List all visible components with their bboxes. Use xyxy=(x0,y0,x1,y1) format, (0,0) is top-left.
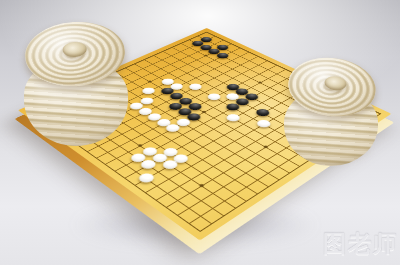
star-point xyxy=(198,183,205,187)
white-stone[interactable] xyxy=(224,113,243,123)
white-stone[interactable] xyxy=(254,118,273,128)
white-stone[interactable] xyxy=(187,82,204,91)
bowl-left-knob xyxy=(62,41,87,58)
watermark: 图老师 xyxy=(323,228,398,259)
stone-bowl-right xyxy=(284,58,380,168)
star-point xyxy=(137,144,143,148)
star-point xyxy=(203,54,208,56)
photo-scene: 图老师 xyxy=(0,0,400,265)
star-point xyxy=(201,110,207,113)
white-stone[interactable] xyxy=(140,87,158,96)
star-point xyxy=(257,81,262,84)
star-point xyxy=(263,145,269,149)
star-point xyxy=(147,80,152,83)
stone-bowl-left xyxy=(22,22,130,148)
bowl-right-knob xyxy=(324,75,348,92)
black-stone[interactable] xyxy=(254,108,272,118)
white-stone[interactable] xyxy=(136,172,157,185)
white-stone[interactable] xyxy=(205,92,223,101)
